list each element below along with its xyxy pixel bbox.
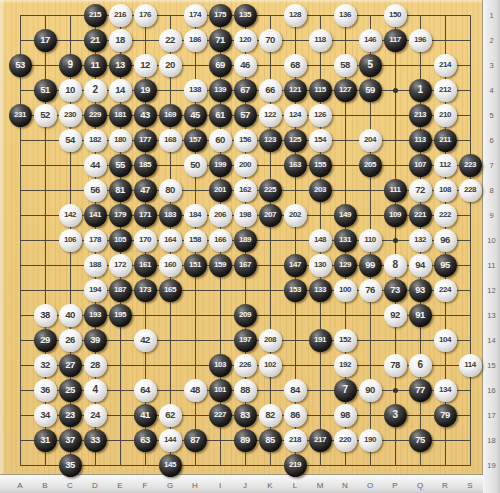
move-number: 38 — [40, 310, 50, 320]
move-number: 105 — [114, 236, 126, 244]
move-number: 63 — [140, 435, 150, 445]
move-number: 12 — [140, 60, 150, 70]
move-number: 208 — [264, 336, 276, 344]
white-stone-R8: 108 — [434, 179, 457, 202]
column-label-E: E — [113, 481, 127, 490]
white-stone-H1: 174 — [184, 4, 207, 27]
white-stone-G10: 164 — [159, 229, 182, 252]
white-stone-B5: 52 — [34, 104, 57, 127]
white-stone-J15: 226 — [234, 354, 257, 377]
move-number: 117 — [389, 36, 400, 44]
black-stone-J17: 83 — [234, 404, 257, 427]
move-number: 25 — [65, 385, 75, 395]
black-stone-M18: 217 — [309, 429, 332, 452]
move-number: 113 — [414, 136, 425, 144]
white-stone-O2: 146 — [359, 29, 382, 52]
move-number: 41 — [140, 410, 150, 420]
row-label-9: 9 — [483, 211, 500, 220]
move-number: 225 — [264, 186, 276, 194]
white-stone-K15: 102 — [259, 354, 282, 377]
black-stone-G12: 165 — [159, 279, 182, 302]
white-stone-J2: 120 — [234, 29, 257, 52]
white-stone-G2: 22 — [159, 29, 182, 52]
move-number: 185 — [139, 161, 151, 169]
black-stone-B14: 29 — [34, 329, 57, 352]
move-number: 50 — [190, 160, 200, 170]
black-stone-N9: 149 — [334, 204, 357, 227]
black-stone-R17: 79 — [434, 404, 457, 427]
black-stone-O4: 59 — [359, 79, 382, 102]
move-number: 101 — [214, 386, 226, 394]
column-label-M: M — [313, 481, 327, 490]
move-number: 189 — [239, 236, 251, 244]
move-number: 227 — [214, 411, 226, 419]
black-stone-I16: 101 — [209, 379, 232, 402]
white-stone-J7: 200 — [234, 154, 257, 177]
move-number: 6 — [417, 360, 422, 370]
move-number: 152 — [339, 336, 351, 344]
move-number: 57 — [240, 110, 250, 120]
white-stone-P1: 150 — [384, 4, 407, 27]
white-stone-K5: 122 — [259, 104, 282, 127]
row-label-12: 12 — [483, 286, 500, 295]
row-label-18: 18 — [483, 436, 500, 445]
column-label-B: B — [38, 481, 52, 490]
white-stone-B16: 36 — [34, 379, 57, 402]
white-stone-D4: 2 — [84, 79, 107, 102]
move-number: 53 — [15, 60, 25, 70]
black-stone-Q6: 113 — [409, 129, 432, 152]
move-number: 114 — [464, 361, 475, 369]
black-stone-I17: 227 — [209, 404, 232, 427]
move-number: 203 — [314, 186, 326, 194]
move-number: 79 — [440, 410, 450, 420]
move-number: 173 — [139, 286, 151, 294]
white-stone-H9: 184 — [184, 204, 207, 227]
white-stone-R14: 104 — [434, 329, 457, 352]
move-number: 197 — [239, 336, 251, 344]
move-number: 228 — [464, 186, 476, 194]
black-stone-M12: 133 — [309, 279, 332, 302]
black-stone-E3: 13 — [109, 54, 132, 77]
move-number: 142 — [64, 211, 76, 219]
move-number: 129 — [339, 261, 351, 269]
black-stone-C15: 27 — [59, 354, 82, 377]
move-number: 17 — [40, 35, 50, 45]
move-number: 165 — [164, 286, 176, 294]
move-number: 78 — [390, 360, 400, 370]
move-number: 99 — [365, 260, 375, 270]
move-number: 37 — [65, 435, 75, 445]
white-stone-H10: 158 — [184, 229, 207, 252]
column-label-R: R — [438, 481, 452, 490]
white-stone-G11: 160 — [159, 254, 182, 277]
move-number: 88 — [240, 385, 250, 395]
grid-line-vertical-S — [470, 15, 471, 466]
move-number: 14 — [115, 85, 125, 95]
black-stone-A3: 53 — [9, 54, 32, 77]
move-number: 170 — [139, 236, 151, 244]
white-stone-D7: 44 — [84, 154, 107, 177]
move-number: 214 — [439, 61, 451, 69]
black-stone-K6: 123 — [259, 129, 282, 152]
move-number: 40 — [65, 310, 75, 320]
column-label-strip: ABCDEFGHIJKLMNOPQRS — [0, 474, 483, 493]
black-stone-R11: 95 — [434, 254, 457, 277]
move-number: 210 — [439, 111, 451, 119]
white-stone-L9: 202 — [284, 204, 307, 227]
black-stone-Q13: 91 — [409, 304, 432, 327]
move-number: 205 — [364, 161, 376, 169]
move-number: 108 — [439, 186, 451, 194]
move-number: 84 — [290, 385, 300, 395]
move-number: 95 — [440, 260, 450, 270]
black-stone-B4: 51 — [34, 79, 57, 102]
move-number: 80 — [165, 185, 175, 195]
move-number: 157 — [189, 136, 201, 144]
white-stone-C10: 106 — [59, 229, 82, 252]
grid-line-horizontal-19 — [20, 465, 471, 466]
black-stone-F11: 161 — [134, 254, 157, 277]
row-label-16: 16 — [483, 386, 500, 395]
white-stone-E11: 172 — [109, 254, 132, 277]
row-label-7: 7 — [483, 161, 500, 170]
move-number: 11 — [90, 60, 99, 70]
move-number: 230 — [64, 111, 76, 119]
row-label-11: 11 — [483, 261, 500, 270]
black-stone-D13: 193 — [84, 304, 107, 327]
move-number: 212 — [439, 86, 451, 94]
white-stone-C4: 10 — [59, 79, 82, 102]
white-stone-R5: 210 — [434, 104, 457, 127]
move-number: 139 — [214, 86, 226, 94]
white-stone-F1: 176 — [134, 4, 157, 27]
move-number: 144 — [164, 436, 176, 444]
black-stone-E5: 181 — [109, 104, 132, 127]
white-stone-R12: 224 — [434, 279, 457, 302]
white-stone-M10: 148 — [309, 229, 332, 252]
move-number: 85 — [265, 435, 275, 445]
move-number: 66 — [265, 85, 275, 95]
move-number: 92 — [390, 310, 400, 320]
black-stone-K18: 85 — [259, 429, 282, 452]
move-number: 151 — [189, 261, 201, 269]
white-stone-Q8: 72 — [409, 179, 432, 202]
move-number: 192 — [339, 361, 351, 369]
black-stone-B2: 17 — [34, 29, 57, 52]
move-number: 107 — [414, 161, 426, 169]
white-stone-G17: 62 — [159, 404, 182, 427]
move-number: 163 — [289, 161, 301, 169]
move-number: 106 — [64, 236, 76, 244]
move-number: 21 — [90, 35, 100, 45]
white-stone-S8: 228 — [459, 179, 482, 202]
move-number: 27 — [65, 360, 75, 370]
move-number: 61 — [215, 110, 225, 120]
white-stone-C6: 54 — [59, 129, 82, 152]
move-number: 45 — [190, 110, 200, 120]
move-number: 179 — [114, 211, 126, 219]
black-stone-E10: 105 — [109, 229, 132, 252]
white-stone-O10: 110 — [359, 229, 382, 252]
row-label-8: 8 — [483, 186, 500, 195]
black-stone-D9: 141 — [84, 204, 107, 227]
black-stone-E9: 179 — [109, 204, 132, 227]
move-number: 159 — [214, 261, 226, 269]
move-number: 224 — [439, 286, 451, 294]
move-number: 211 — [439, 136, 450, 144]
move-number: 222 — [439, 211, 451, 219]
move-number: 204 — [364, 136, 376, 144]
white-stone-R9: 222 — [434, 204, 457, 227]
move-number: 58 — [340, 60, 350, 70]
white-stone-M6: 154 — [309, 129, 332, 152]
white-stone-D15: 28 — [84, 354, 107, 377]
move-number: 202 — [289, 211, 301, 219]
move-number: 51 — [40, 85, 50, 95]
black-stone-F5: 43 — [134, 104, 157, 127]
move-number: 125 — [289, 136, 301, 144]
white-stone-D12: 194 — [84, 279, 107, 302]
move-number: 47 — [140, 185, 150, 195]
move-number: 77 — [415, 385, 425, 395]
white-stone-F10: 170 — [134, 229, 157, 252]
row-label-strip: 12345678910111213141516171819 — [482, 0, 500, 493]
move-number: 52 — [40, 110, 50, 120]
move-number: 223 — [464, 161, 476, 169]
black-stone-C16: 25 — [59, 379, 82, 402]
black-stone-H6: 157 — [184, 129, 207, 152]
move-number: 54 — [65, 135, 75, 145]
white-stone-D6: 182 — [84, 129, 107, 152]
move-number: 86 — [290, 410, 300, 420]
black-stone-P8: 111 — [384, 179, 407, 202]
black-stone-N10: 131 — [334, 229, 357, 252]
move-number: 133 — [314, 286, 326, 294]
black-stone-D3: 11 — [84, 54, 107, 77]
white-stone-C5: 230 — [59, 104, 82, 127]
black-stone-F8: 47 — [134, 179, 157, 202]
black-stone-A5: 231 — [9, 104, 32, 127]
move-number: 221 — [414, 211, 426, 219]
move-number: 4 — [92, 385, 97, 395]
move-number: 216 — [114, 11, 126, 19]
white-stone-K2: 70 — [259, 29, 282, 52]
black-stone-D1: 215 — [84, 4, 107, 27]
move-number: 62 — [165, 410, 175, 420]
move-number: 178 — [89, 236, 101, 244]
move-number: 2 — [92, 85, 97, 95]
white-stone-E6: 180 — [109, 129, 132, 152]
move-number: 147 — [289, 261, 301, 269]
move-number: 158 — [189, 236, 201, 244]
white-stone-F16: 64 — [134, 379, 157, 402]
black-stone-L7: 163 — [284, 154, 307, 177]
black-stone-O7: 205 — [359, 154, 382, 177]
move-number: 109 — [389, 211, 401, 219]
move-number: 9 — [67, 60, 72, 70]
move-number: 177 — [139, 136, 151, 144]
row-label-4: 4 — [483, 86, 500, 95]
white-stone-L17: 86 — [284, 404, 307, 427]
black-stone-I15: 103 — [209, 354, 232, 377]
black-stone-K8: 225 — [259, 179, 282, 202]
black-stone-F17: 41 — [134, 404, 157, 427]
move-number: 195 — [114, 311, 126, 319]
white-stone-R3: 214 — [434, 54, 457, 77]
white-stone-K14: 208 — [259, 329, 282, 352]
move-number: 154 — [314, 136, 326, 144]
move-number: 130 — [314, 261, 326, 269]
black-stone-G5: 169 — [159, 104, 182, 127]
move-number: 111 — [390, 186, 401, 194]
black-stone-D14: 39 — [84, 329, 107, 352]
white-stone-L16: 84 — [284, 379, 307, 402]
white-stone-G18: 144 — [159, 429, 182, 452]
white-stone-B15: 32 — [34, 354, 57, 377]
move-number: 229 — [89, 111, 101, 119]
move-number: 226 — [239, 361, 251, 369]
move-number: 104 — [439, 336, 451, 344]
black-stone-O3: 5 — [359, 54, 382, 77]
black-stone-Q12: 93 — [409, 279, 432, 302]
move-number: 168 — [164, 136, 176, 144]
move-number: 48 — [190, 385, 200, 395]
move-number: 141 — [89, 211, 101, 219]
move-number: 136 — [339, 11, 351, 19]
black-stone-J4: 67 — [234, 79, 257, 102]
move-number: 24 — [90, 410, 100, 420]
black-stone-S7: 223 — [459, 154, 482, 177]
white-stone-R16: 134 — [434, 379, 457, 402]
move-number: 67 — [240, 85, 250, 95]
white-stone-J6: 156 — [234, 129, 257, 152]
move-number: 8 — [392, 260, 397, 270]
move-number: 91 — [415, 310, 425, 320]
black-stone-N11: 129 — [334, 254, 357, 277]
move-number: 187 — [114, 286, 126, 294]
black-stone-I5: 61 — [209, 104, 232, 127]
black-stone-L19: 219 — [284, 454, 307, 477]
white-stone-G8: 80 — [159, 179, 182, 202]
black-stone-L4: 121 — [284, 79, 307, 102]
white-stone-J9: 198 — [234, 204, 257, 227]
move-number: 5 — [367, 60, 372, 70]
white-stone-N17: 98 — [334, 404, 357, 427]
row-label-15: 15 — [483, 361, 500, 370]
black-stone-Q7: 107 — [409, 154, 432, 177]
black-stone-I7: 199 — [209, 154, 232, 177]
move-number: 176 — [139, 11, 151, 19]
star-point-P10 — [393, 238, 398, 243]
white-stone-D16: 4 — [84, 379, 107, 402]
white-stone-Q15: 6 — [409, 354, 432, 377]
black-stone-I8: 201 — [209, 179, 232, 202]
black-stone-I2: 71 — [209, 29, 232, 52]
move-number: 60 — [215, 135, 225, 145]
move-number: 29 — [40, 335, 50, 345]
black-stone-F7: 185 — [134, 154, 157, 177]
move-number: 13 — [115, 60, 125, 70]
row-label-14: 14 — [483, 336, 500, 345]
black-stone-I3: 69 — [209, 54, 232, 77]
move-number: 132 — [414, 236, 426, 244]
black-stone-K9: 207 — [259, 204, 282, 227]
move-number: 103 — [214, 361, 226, 369]
white-stone-I10: 166 — [209, 229, 232, 252]
move-number: 174 — [189, 11, 201, 19]
white-stone-E2: 18 — [109, 29, 132, 52]
black-stone-L12: 153 — [284, 279, 307, 302]
move-number: 102 — [264, 361, 276, 369]
move-number: 213 — [414, 111, 426, 119]
move-number: 87 — [190, 435, 200, 445]
black-stone-I11: 159 — [209, 254, 232, 277]
go-board[interactable]: 2152161761741751351281361501721182218671… — [0, 0, 485, 477]
move-number: 201 — [214, 186, 226, 194]
column-label-Q: Q — [413, 481, 427, 490]
move-number: 83 — [240, 410, 250, 420]
black-stone-F12: 173 — [134, 279, 157, 302]
white-stone-C13: 40 — [59, 304, 82, 327]
black-stone-F6: 177 — [134, 129, 157, 152]
white-stone-L3: 68 — [284, 54, 307, 77]
move-number: 209 — [239, 311, 251, 319]
black-stone-C19: 35 — [59, 454, 82, 477]
black-stone-L11: 147 — [284, 254, 307, 277]
move-number: 20 — [165, 60, 175, 70]
move-number: 145 — [164, 461, 176, 469]
black-stone-F18: 63 — [134, 429, 157, 452]
move-number: 94 — [415, 260, 425, 270]
white-stone-O16: 90 — [359, 379, 382, 402]
move-number: 93 — [415, 285, 425, 295]
black-stone-H5: 45 — [184, 104, 207, 127]
move-number: 196 — [414, 36, 426, 44]
black-stone-I4: 139 — [209, 79, 232, 102]
go-diagram-screen: 2152161761741751351281361501721182218671… — [0, 0, 500, 493]
move-number: 59 — [365, 85, 375, 95]
move-number: 217 — [314, 436, 326, 444]
white-stone-D11: 188 — [84, 254, 107, 277]
black-stone-E13: 195 — [109, 304, 132, 327]
white-stone-N12: 100 — [334, 279, 357, 302]
move-number: 172 — [114, 261, 126, 269]
column-label-P: P — [388, 481, 402, 490]
row-label-3: 3 — [483, 61, 500, 70]
white-stone-H4: 138 — [184, 79, 207, 102]
move-number: 180 — [114, 136, 126, 144]
white-stone-G6: 168 — [159, 129, 182, 152]
move-number: 146 — [364, 36, 376, 44]
column-label-O: O — [363, 481, 377, 490]
move-number: 182 — [89, 136, 101, 144]
white-stone-D17: 24 — [84, 404, 107, 427]
row-label-5: 5 — [483, 111, 500, 120]
white-stone-L5: 124 — [284, 104, 307, 127]
black-stone-B18: 31 — [34, 429, 57, 452]
white-stone-F3: 12 — [134, 54, 157, 77]
black-stone-J18: 89 — [234, 429, 257, 452]
move-number: 183 — [164, 211, 176, 219]
black-stone-H18: 87 — [184, 429, 207, 452]
star-point-P4 — [393, 88, 398, 93]
move-number: 34 — [40, 410, 50, 420]
white-stone-B17: 34 — [34, 404, 57, 427]
column-label-D: D — [88, 481, 102, 490]
move-number: 28 — [90, 360, 100, 370]
white-stone-D8: 56 — [84, 179, 107, 202]
